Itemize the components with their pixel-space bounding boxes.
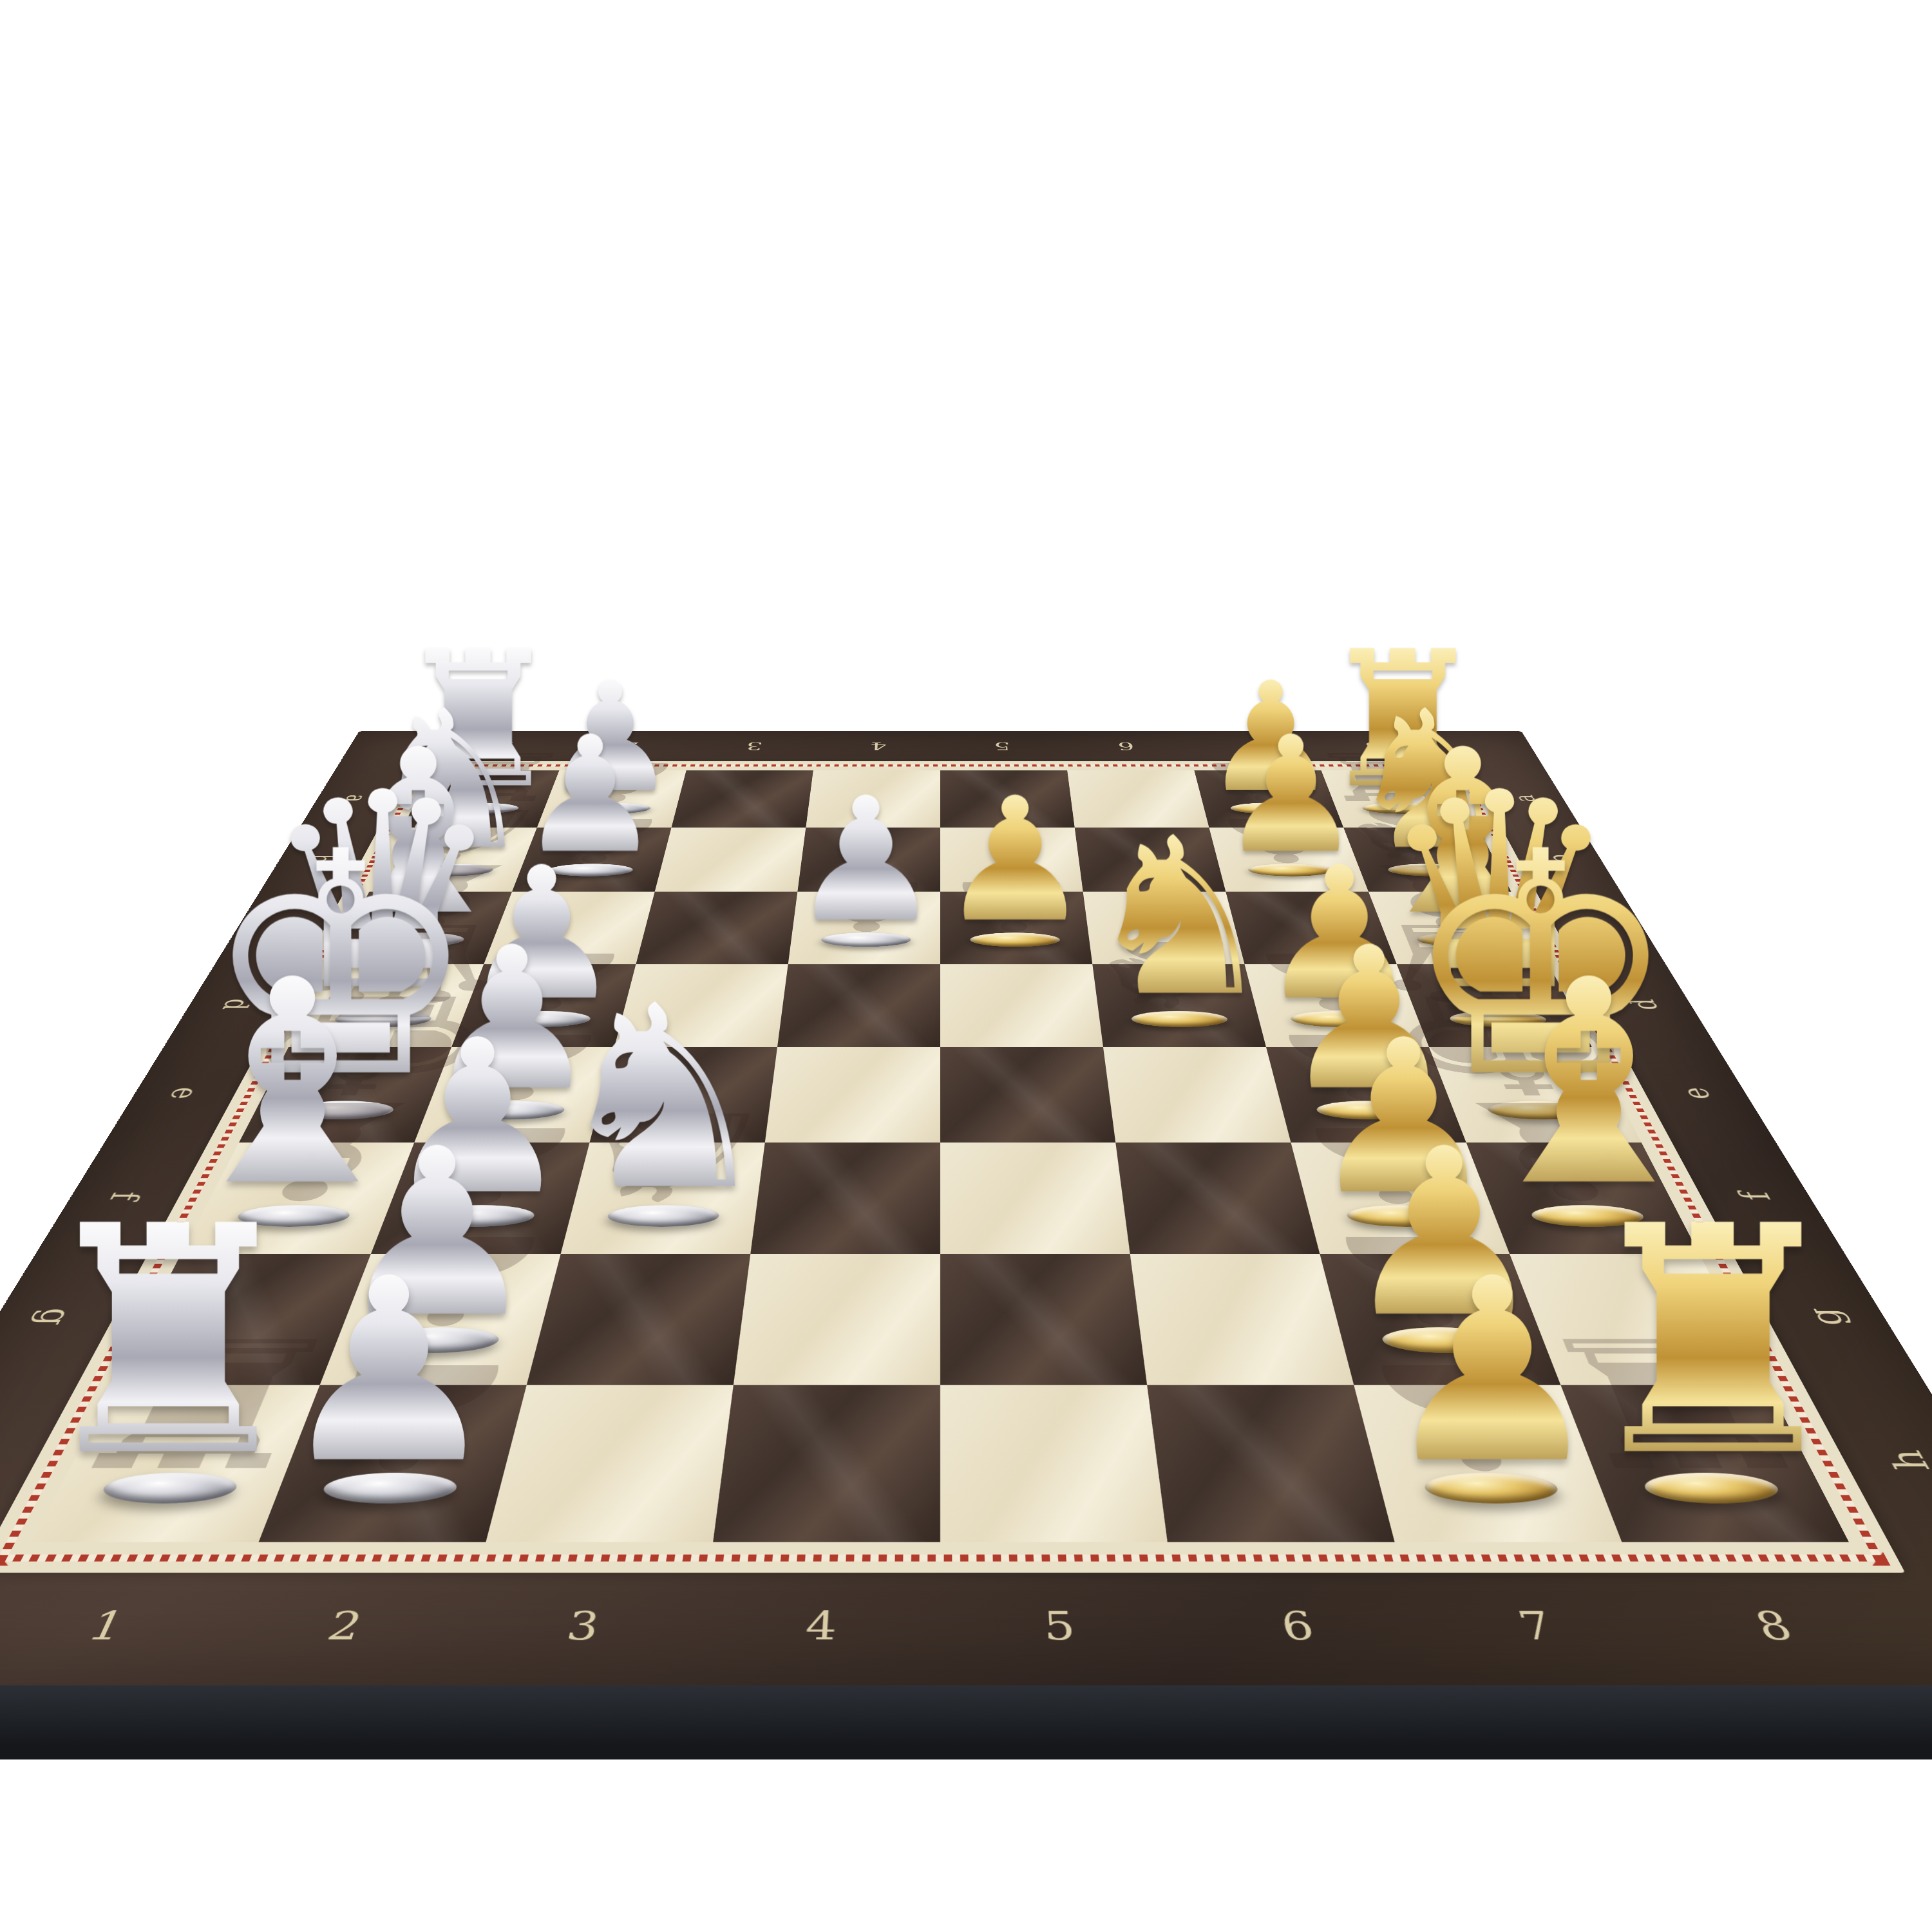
square-b2[interactable] [512,828,672,892]
rank-label-1: 1 [441,739,571,753]
square-c6[interactable] [1083,892,1245,965]
rook-icon: ♜ [1572,1193,1853,1492]
gold-pawn-h7[interactable]: ♟♟ [1354,1385,1622,1542]
rank-label-7: 7 [1186,739,1314,753]
square-a2[interactable] [537,770,687,828]
corner-arrow-icon [1872,1552,1908,1580]
square-b5[interactable] [940,828,1083,892]
square-b6[interactable] [1075,828,1226,892]
square-b4[interactable] [797,828,940,892]
rank-labels-near-edge: 12345678 [0,1600,1906,1652]
photo-stage: 12345678 12345678 abcdefgh abcdefgh ♜♜♞♞… [0,0,1932,1932]
rank-label-3: 3 [691,739,818,753]
rank-label-1: 1 [0,1600,236,1652]
rank-label-7: 7 [1410,1600,1665,1652]
square-d6[interactable] [1092,964,1266,1047]
silver-pawn-h2[interactable]: ♟♟ [259,1385,527,1542]
rank-label-5: 5 [940,739,1065,753]
silver-knight-f3[interactable]: ♞♞ [561,1142,765,1254]
square-a6[interactable] [1067,770,1209,828]
rook-icon: ♜ [27,1193,308,1492]
stripe-border-bottom [0,1555,1884,1562]
playing-field: ♜♜♞♞♝♝♛♛♚♚♝♝♜♜♟♟♟♟♟♟♟♟♟♟♟♟♟♟♟♟♞♞♜♜♞♞♝♝♛♛… [32,770,1850,1542]
rank-label-5: 5 [940,1600,1182,1652]
rank-label-4: 4 [815,739,940,753]
square-a5[interactable] [940,770,1075,828]
square-a7[interactable] [1194,770,1343,828]
square-d5[interactable] [940,964,1103,1047]
corner-arrow-icon [0,1552,8,1580]
pawn-icon: ♟ [1379,1251,1605,1492]
knight-icon: ♞ [549,979,776,1219]
chess-board-scene: 12345678 12345678 abcdefgh abcdefgh ♜♜♞♞… [0,731,1932,1685]
square-b7[interactable] [1209,828,1368,892]
rank-label-6: 6 [1175,1600,1423,1652]
stripe-border-top [421,764,1461,766]
rank-label-3: 3 [457,1600,706,1652]
rank-label-6: 6 [1063,739,1190,753]
rank-label-2: 2 [566,739,694,753]
rank-labels-far-edge: 12345678 [441,739,1439,753]
rank-label-8: 8 [1644,1600,1906,1652]
board-wood-frame: 12345678 12345678 abcdefgh abcdefgh ♜♜♞♞… [0,731,1932,1685]
square-a4[interactable] [806,770,940,828]
square-c4[interactable] [788,892,940,965]
square-c5[interactable] [940,892,1092,965]
rank-label-8: 8 [1309,739,1439,753]
square-a3[interactable] [672,770,813,828]
board-side-edge-front [0,1685,1932,1759]
rank-label-2: 2 [216,1600,471,1652]
rank-label-4: 4 [699,1600,940,1652]
pawn-icon: ♟ [275,1251,502,1492]
square-d4[interactable] [777,964,940,1047]
square-b3[interactable] [655,828,806,892]
